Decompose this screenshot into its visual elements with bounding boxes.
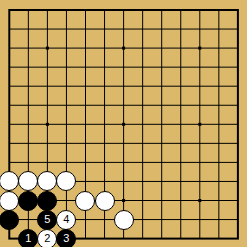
move-number-label: 5 bbox=[44, 214, 50, 225]
stone-white bbox=[37, 171, 57, 191]
move-number-label: 1 bbox=[25, 233, 31, 244]
move-number-label: 3 bbox=[63, 233, 69, 244]
stone-white bbox=[75, 191, 95, 211]
stone-white bbox=[18, 171, 38, 191]
move-number-label: 2 bbox=[44, 233, 50, 244]
stone-white bbox=[95, 191, 115, 211]
stone-white-move-2: 2 bbox=[37, 229, 57, 247]
move-number-label: 4 bbox=[63, 214, 69, 225]
go-board-diagram: 54123 bbox=[0, 0, 247, 247]
stone-white bbox=[56, 171, 76, 191]
stone-white bbox=[0, 191, 19, 211]
stone-black-move-5: 5 bbox=[37, 210, 57, 230]
stone-black bbox=[18, 191, 38, 211]
stone-black bbox=[0, 210, 19, 230]
stone-white bbox=[0, 171, 19, 191]
stone-white bbox=[114, 210, 134, 230]
stones-layer: 54123 bbox=[0, 1, 247, 247]
stone-black-move-3: 3 bbox=[56, 229, 76, 247]
stone-white-move-4: 4 bbox=[56, 210, 76, 230]
stone-black-move-1: 1 bbox=[18, 229, 38, 247]
stone-black bbox=[37, 191, 57, 211]
